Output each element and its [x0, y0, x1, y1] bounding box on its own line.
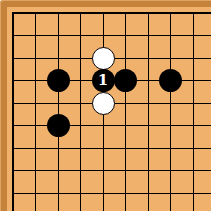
white-stone [92, 92, 115, 115]
go-diagram: 1 [0, 0, 211, 211]
black-stone [47, 69, 70, 92]
black-stone [159, 69, 182, 92]
move-number-label: 1 [98, 73, 108, 89]
stones-layer: 1 [2, 2, 205, 205]
black-stone [47, 114, 70, 137]
white-stone [92, 47, 115, 70]
move-1-stone: 1 [92, 69, 115, 92]
black-stone [114, 69, 137, 92]
